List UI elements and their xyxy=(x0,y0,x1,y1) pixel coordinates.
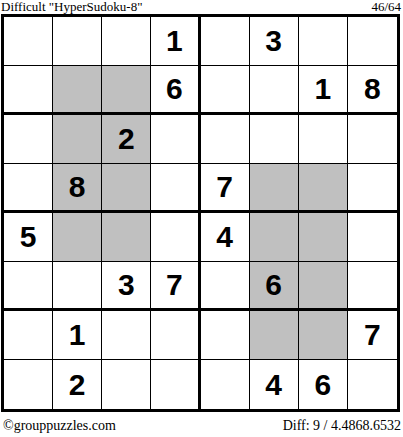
given-cell-r5c1: 5 xyxy=(4,213,53,262)
cell-r7c7[interactable] xyxy=(299,311,348,360)
given-cell-r6c4: 7 xyxy=(151,262,200,311)
given-cell-r6c6: 6 xyxy=(250,262,299,311)
cell-r6c8[interactable] xyxy=(348,262,397,311)
given-cell-r8c2: 2 xyxy=(53,360,102,409)
given-cell-r6c3: 3 xyxy=(102,262,151,311)
cell-r5c7[interactable] xyxy=(299,213,348,262)
cell-r4c4[interactable] xyxy=(151,164,200,213)
cell-r7c3[interactable] xyxy=(102,311,151,360)
cell-r4c1[interactable] xyxy=(4,164,53,213)
given-cell-r5c5: 4 xyxy=(201,213,250,262)
given-cell-r2c4: 6 xyxy=(151,66,200,115)
sudoku-board: 136182875437617246 xyxy=(1,14,400,412)
cell-r8c8[interactable] xyxy=(348,360,397,409)
cell-r3c1[interactable] xyxy=(4,115,53,164)
cell-r6c7[interactable] xyxy=(299,262,348,311)
cell-r4c3[interactable] xyxy=(102,164,151,213)
cell-r7c6[interactable] xyxy=(250,311,299,360)
cell-r6c2[interactable] xyxy=(53,262,102,311)
cell-r5c6[interactable] xyxy=(250,213,299,262)
cell-r7c5[interactable] xyxy=(201,311,250,360)
cell-r4c8[interactable] xyxy=(348,164,397,213)
cell-r5c8[interactable] xyxy=(348,213,397,262)
cell-r1c2[interactable] xyxy=(53,17,102,66)
cell-r1c1[interactable] xyxy=(4,17,53,66)
cell-r5c3[interactable] xyxy=(102,213,151,262)
footer: ©grouppuzzles.com Diff: 9 / 4.4868.6532 xyxy=(0,417,403,434)
cell-r1c8[interactable] xyxy=(348,17,397,66)
cell-r4c7[interactable] xyxy=(299,164,348,213)
cell-r6c1[interactable] xyxy=(4,262,53,311)
cell-r3c4[interactable] xyxy=(151,115,200,164)
cell-r2c5[interactable] xyxy=(201,66,250,115)
header: Difficult "HyperSudoku-8" 46/64 xyxy=(0,0,403,14)
puzzle-counter: 46/64 xyxy=(371,0,401,13)
cell-r1c3[interactable] xyxy=(102,17,151,66)
cell-r3c6[interactable] xyxy=(250,115,299,164)
copyright-text: ©grouppuzzles.com xyxy=(3,417,116,434)
cell-r7c4[interactable] xyxy=(151,311,200,360)
cell-r7c1[interactable] xyxy=(4,311,53,360)
given-cell-r2c7: 1 xyxy=(299,66,348,115)
difficulty-text: Diff: 9 / 4.4868.6532 xyxy=(283,417,401,434)
given-cell-r1c4: 1 xyxy=(151,17,200,66)
cell-r8c3[interactable] xyxy=(102,360,151,409)
puzzle-title: Difficult "HyperSudoku-8" xyxy=(1,0,142,13)
given-cell-r7c8: 7 xyxy=(348,311,397,360)
cell-r8c1[interactable] xyxy=(4,360,53,409)
cell-r2c2[interactable] xyxy=(53,66,102,115)
given-cell-r8c6: 4 xyxy=(250,360,299,409)
given-cell-r8c7: 6 xyxy=(299,360,348,409)
cell-r3c8[interactable] xyxy=(348,115,397,164)
cell-r5c4[interactable] xyxy=(151,213,200,262)
cell-r2c3[interactable] xyxy=(102,66,151,115)
cell-r1c5[interactable] xyxy=(201,17,250,66)
cell-r8c4[interactable] xyxy=(151,360,200,409)
cell-r3c5[interactable] xyxy=(201,115,250,164)
cell-r3c2[interactable] xyxy=(53,115,102,164)
given-cell-r3c3: 2 xyxy=(102,115,151,164)
cell-r5c2[interactable] xyxy=(53,213,102,262)
cell-r1c7[interactable] xyxy=(299,17,348,66)
cell-r8c5[interactable] xyxy=(201,360,250,409)
given-cell-r7c2: 1 xyxy=(53,311,102,360)
given-cell-r1c6: 3 xyxy=(250,17,299,66)
given-cell-r2c8: 8 xyxy=(348,66,397,115)
cell-r6c5[interactable] xyxy=(201,262,250,311)
cell-r3c7[interactable] xyxy=(299,115,348,164)
cell-r2c6[interactable] xyxy=(250,66,299,115)
given-cell-r4c5: 7 xyxy=(201,164,250,213)
given-cell-r4c2: 8 xyxy=(53,164,102,213)
cell-r2c1[interactable] xyxy=(4,66,53,115)
cell-r4c6[interactable] xyxy=(250,164,299,213)
